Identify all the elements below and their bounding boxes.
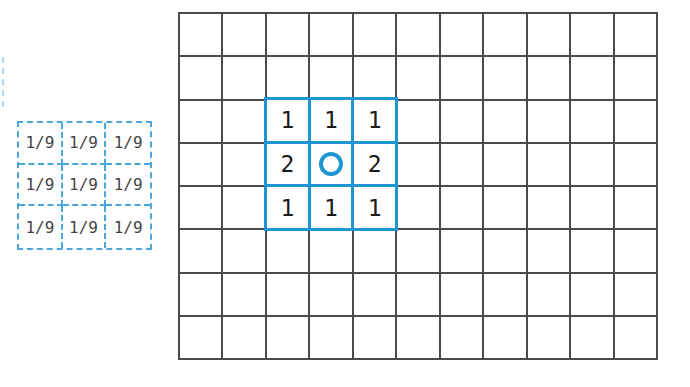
pixel-cell [484,274,525,315]
pixel-cell [267,317,308,358]
kernel-cell: 1/9 [106,206,150,248]
kernel-cell: 1/9 [19,165,63,207]
pixel-cell [223,14,264,55]
pixel-cell [267,57,308,98]
pixel-cell [528,187,569,228]
pixel-cell [528,57,569,98]
window-cell: 1 [267,187,308,228]
pixel-cell [310,230,351,271]
pixel-cell [180,187,221,228]
pixel-cell [397,317,438,358]
pixel-cell [615,14,656,55]
pixel-cell [397,14,438,55]
pixel-cell [441,144,482,185]
pixel-cell [267,274,308,315]
pixel-cell [528,230,569,271]
pixel-cell [441,101,482,142]
pixel-cell [397,274,438,315]
window-cell: 1 [354,100,395,141]
pixel-cell [310,14,351,55]
kernel-cell: 1/9 [63,123,107,165]
convolution-diagram: 1/9 1/9 1/9 1/9 1/9 1/9 1/9 1/9 1/9 1 1 … [0,0,690,387]
pixel-cell [484,14,525,55]
pixel-grid [178,12,658,360]
window-cell: 2 [354,144,395,185]
pixel-cell [441,187,482,228]
pixel-cell [223,230,264,271]
pixel-cell [615,274,656,315]
pixel-cell [571,317,612,358]
pixel-cell [615,187,656,228]
kernel-cell: 1/9 [19,123,63,165]
pixel-cell [310,274,351,315]
pixel-cell [615,101,656,142]
pixel-cell [267,14,308,55]
pixel-cell [484,230,525,271]
pixel-cell [571,57,612,98]
pixel-cell [397,144,438,185]
kernel-cell: 1/9 [63,206,107,248]
pixel-cell [441,230,482,271]
pixel-cell [571,144,612,185]
pixel-cell [528,274,569,315]
pixel-cell [223,317,264,358]
window-cell-center [311,144,352,185]
pixel-cell [180,317,221,358]
pixel-cell [484,187,525,228]
pixel-cell [571,187,612,228]
pixel-cell [397,230,438,271]
kernel-cell: 1/9 [19,206,63,248]
window-cell: 1 [311,100,352,141]
kernel-window-overlay: 1 1 1 2 2 1 1 1 [264,97,398,231]
pixel-cell [484,57,525,98]
pixel-cell [441,274,482,315]
pixel-cell [484,144,525,185]
window-cell: 2 [267,144,308,185]
pixel-cell [267,230,308,271]
pixel-cell [180,57,221,98]
pixel-cell [310,317,351,358]
kernel-cell: 1/9 [106,123,150,165]
pixel-cell [528,14,569,55]
pixel-cell [615,144,656,185]
pixel-cell [528,317,569,358]
pixel-cell [484,317,525,358]
pixel-cell [441,57,482,98]
pixel-cell [528,101,569,142]
window-cell: 1 [354,187,395,228]
pixel-cell [180,230,221,271]
pixel-cell [180,274,221,315]
pixel-cell [397,187,438,228]
pixel-cell [615,57,656,98]
pixel-cell [310,57,351,98]
pixel-cell [441,14,482,55]
pixel-cell [397,57,438,98]
pixel-cell [223,144,264,185]
pixel-cell [354,274,395,315]
pixel-cell [354,57,395,98]
pixel-cell [354,317,395,358]
pixel-cell [528,144,569,185]
cropped-dashed-line [2,57,4,107]
pixel-cell [180,144,221,185]
pixel-cell [180,14,221,55]
pixel-cell [354,14,395,55]
pixel-cell [571,101,612,142]
pixel-cell [180,101,221,142]
pixel-cell [615,230,656,271]
pixel-cell [571,14,612,55]
window-cell: 1 [267,100,308,141]
window-cell: 1 [311,187,352,228]
pixel-cell [223,101,264,142]
pixel-cell [441,317,482,358]
pixel-cell [223,57,264,98]
pixel-cell [223,187,264,228]
kernel-grid: 1/9 1/9 1/9 1/9 1/9 1/9 1/9 1/9 1/9 [17,121,152,250]
pixel-cell [615,317,656,358]
pixel-cell [571,274,612,315]
pixel-cell [571,230,612,271]
center-pixel-circle-icon [319,152,343,176]
kernel-cell: 1/9 [106,165,150,207]
pixel-cell [354,230,395,271]
pixel-cell [223,274,264,315]
pixel-cell [484,101,525,142]
pixel-cell [397,101,438,142]
kernel-cell: 1/9 [63,165,107,207]
